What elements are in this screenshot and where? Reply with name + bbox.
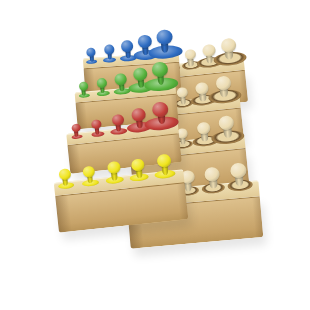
natural-cylinder-5 (205, 65, 242, 105)
yellow-cylinder-4 (127, 149, 149, 182)
knob-head (111, 114, 124, 126)
knob-head (91, 119, 102, 129)
knob-head (115, 73, 128, 85)
knob-head (152, 101, 169, 118)
knob-head (86, 48, 96, 57)
knob-head (156, 29, 173, 45)
knob-head (83, 166, 96, 178)
knob-head (121, 40, 134, 52)
blue-cylinder-2 (102, 36, 117, 62)
green-cylinder-1 (77, 74, 90, 98)
blue-cylinder-1 (85, 40, 98, 64)
knob-head (151, 61, 168, 77)
knob-head (220, 37, 236, 53)
knob-head (58, 168, 71, 180)
knob-head (230, 162, 247, 178)
knob-head (184, 49, 196, 60)
knob-head (218, 115, 234, 131)
red-cylinder-2 (89, 111, 105, 137)
yellow-cylinder-2 (79, 157, 99, 187)
yellow-cylinder-1 (55, 159, 74, 189)
knob-head (104, 44, 115, 54)
natural-cylinder-5 (225, 152, 253, 192)
knob-head (204, 166, 220, 181)
green-cylinder-2 (95, 70, 110, 96)
natural-cylinder-5 (208, 105, 245, 145)
natural-cylinder-4 (199, 157, 225, 194)
knob-head (71, 123, 81, 132)
knob-head (78, 82, 88, 91)
knob-head (97, 78, 108, 88)
knob-head (215, 75, 231, 91)
knob-head (131, 158, 145, 172)
yellow-cylinder-3 (103, 152, 124, 185)
natural-cylinder-5 (210, 27, 247, 67)
red-cylinder-5 (142, 91, 180, 132)
red-cylinder-1 (69, 116, 82, 140)
knob-head (156, 154, 171, 169)
product-photo (0, 0, 310, 310)
knob-head (197, 122, 211, 136)
yellow-cylinder-5 (152, 144, 176, 180)
knob-head (107, 161, 121, 175)
green-cylinder-5 (141, 51, 178, 92)
